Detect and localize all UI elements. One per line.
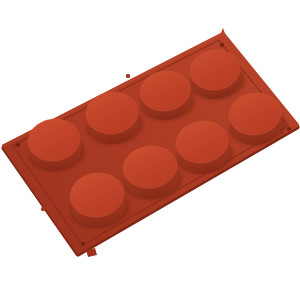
corner-vent-hole — [287, 127, 291, 131]
product-photo — [0, 0, 300, 300]
edge-tab — [41, 207, 45, 211]
corner-vent-hole — [220, 43, 224, 47]
corner-vent-hole — [16, 143, 20, 147]
corner-vent-hole — [81, 242, 85, 246]
silicone-mold-image — [0, 0, 300, 300]
edge-tab — [126, 74, 130, 78]
